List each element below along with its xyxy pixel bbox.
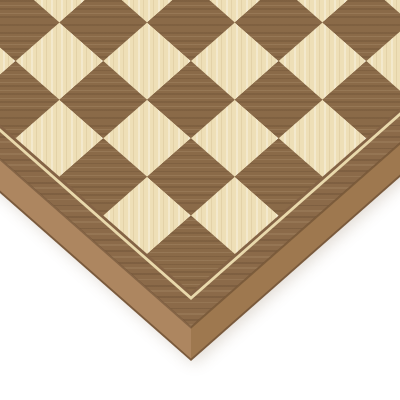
board-bevel-edge [0, 0, 400, 359]
product-photo-background [0, 0, 400, 400]
board-inlay-line [0, 0, 400, 300]
board-inner-gap [0, 0, 400, 296]
board-frame [0, 0, 400, 326]
chessboard [0, 0, 400, 361]
board-outer-rim [0, 0, 400, 361]
board-squares-grid [0, 0, 400, 293]
